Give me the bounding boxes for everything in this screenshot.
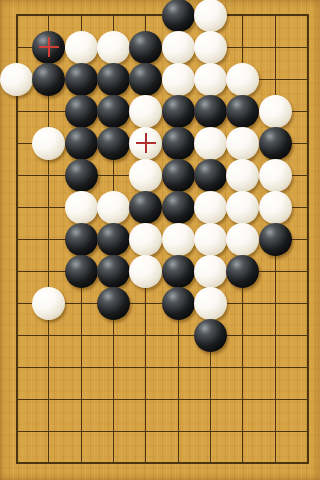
black-stone [65,223,98,256]
white-stone [226,63,259,96]
black-stone [162,95,195,128]
black-stone [65,95,98,128]
black-stone [162,127,195,160]
white-stone [129,223,162,256]
white-stone [32,287,65,320]
white-stone [194,223,227,256]
black-stone [97,223,130,256]
white-stone [259,159,292,192]
grid-line [16,462,309,464]
black-stone [65,255,98,288]
white-stone [97,191,130,224]
white-stone [32,127,65,160]
white-stone [162,31,195,64]
white-stone [129,255,162,288]
white-stone [194,287,227,320]
black-stone [194,159,227,192]
white-stone [226,223,259,256]
black-stone [259,223,292,256]
white-stone [97,31,130,64]
grid-line [16,335,309,336]
white-stone [226,159,259,192]
black-stone [194,95,227,128]
black-stone [97,287,130,320]
black-stone [65,63,98,96]
black-stone [129,191,162,224]
black-stone [162,287,195,320]
white-stone [194,191,227,224]
grid-line [16,399,309,400]
white-stone [162,63,195,96]
white-stone [259,95,292,128]
white-stone [259,191,292,224]
go-board-screen [0,0,320,480]
white-stone [129,127,162,160]
black-stone [65,127,98,160]
white-stone [194,0,227,32]
white-stone [194,63,227,96]
black-stone [97,127,130,160]
black-stone [226,95,259,128]
white-stone [194,31,227,64]
grid-line [16,431,309,432]
white-stone [194,127,227,160]
white-stone [65,31,98,64]
black-stone [129,31,162,64]
black-stone [32,31,65,64]
white-stone [65,191,98,224]
black-stone [97,255,130,288]
black-stone [162,191,195,224]
black-stone [65,159,98,192]
black-stone [162,255,195,288]
white-stone [0,63,33,96]
black-stone [129,63,162,96]
white-stone [162,223,195,256]
grid-line [16,367,309,368]
black-stone [97,63,130,96]
black-stone [162,159,195,192]
black-stone [97,95,130,128]
white-stone [194,255,227,288]
go-board[interactable] [0,0,320,480]
black-stone [259,127,292,160]
black-stone [194,319,227,352]
white-stone [129,159,162,192]
white-stone [226,191,259,224]
white-stone [129,95,162,128]
black-stone [226,255,259,288]
white-stone [226,127,259,160]
black-stone [162,0,195,32]
black-stone [32,63,65,96]
